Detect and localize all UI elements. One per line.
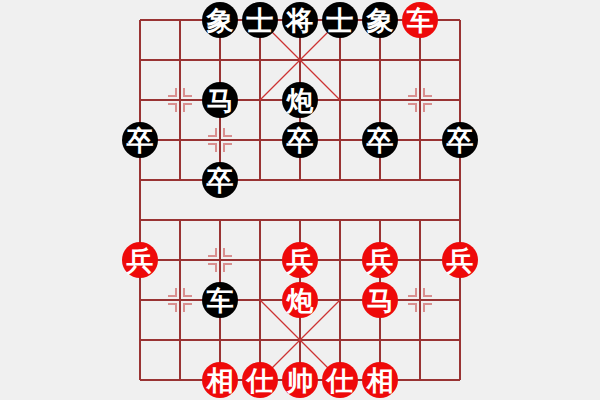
point-8-1[interactable]	[440, 40, 480, 80]
black-soldier[interactable]: 卒	[122, 122, 158, 158]
point-8-3[interactable]: 卒	[440, 120, 480, 160]
red-soldier[interactable]: 兵	[122, 242, 158, 278]
point-5-8[interactable]	[320, 320, 360, 360]
point-7-2[interactable]	[400, 80, 440, 120]
point-5-2[interactable]	[320, 80, 360, 120]
red-soldier[interactable]: 兵	[282, 242, 318, 278]
point-2-6[interactable]	[200, 240, 240, 280]
point-6-6[interactable]: 兵	[360, 240, 400, 280]
point-5-3[interactable]	[320, 120, 360, 160]
point-3-0[interactable]: 士	[240, 0, 280, 40]
red-soldier[interactable]: 兵	[442, 242, 478, 278]
point-7-6[interactable]	[400, 240, 440, 280]
red-horse[interactable]: 马	[362, 282, 398, 318]
red-advisor[interactable]: 仕	[322, 362, 358, 398]
point-0-5[interactable]	[120, 200, 160, 240]
point-4-1[interactable]	[280, 40, 320, 80]
black-advisor[interactable]: 士	[322, 2, 358, 38]
point-6-7[interactable]: 马	[360, 280, 400, 320]
black-soldier[interactable]: 卒	[202, 162, 238, 198]
black-general[interactable]: 将	[282, 2, 318, 38]
point-3-2[interactable]	[240, 80, 280, 120]
point-6-2[interactable]	[360, 80, 400, 120]
point-5-1[interactable]	[320, 40, 360, 80]
point-3-9[interactable]: 仕	[240, 360, 280, 400]
red-elephant[interactable]: 相	[362, 362, 398, 398]
point-4-5[interactable]	[280, 200, 320, 240]
point-6-4[interactable]	[360, 160, 400, 200]
xiangqi-board: 象士将士象车马炮卒卒卒卒卒兵兵兵兵车炮马相仕帅仕相	[120, 0, 480, 400]
black-elephant[interactable]: 象	[202, 2, 238, 38]
point-7-9[interactable]	[400, 360, 440, 400]
point-0-1[interactable]	[120, 40, 160, 80]
point-7-5[interactable]	[400, 200, 440, 240]
red-elephant[interactable]: 相	[202, 362, 238, 398]
point-2-2[interactable]: 马	[200, 80, 240, 120]
point-2-0[interactable]: 象	[200, 0, 240, 40]
point-8-2[interactable]	[440, 80, 480, 120]
point-5-6[interactable]	[320, 240, 360, 280]
point-6-1[interactable]	[360, 40, 400, 80]
point-6-0[interactable]: 象	[360, 0, 400, 40]
point-4-3[interactable]: 卒	[280, 120, 320, 160]
black-elephant[interactable]: 象	[362, 2, 398, 38]
point-3-4[interactable]	[240, 160, 280, 200]
point-1-7[interactable]	[160, 280, 200, 320]
point-1-6[interactable]	[160, 240, 200, 280]
point-2-5[interactable]	[200, 200, 240, 240]
point-4-6[interactable]: 兵	[280, 240, 320, 280]
point-5-4[interactable]	[320, 160, 360, 200]
point-2-8[interactable]	[200, 320, 240, 360]
point-7-4[interactable]	[400, 160, 440, 200]
point-4-9[interactable]: 帅	[280, 360, 320, 400]
point-2-4[interactable]: 卒	[200, 160, 240, 200]
point-3-7[interactable]	[240, 280, 280, 320]
point-1-2[interactable]	[160, 80, 200, 120]
point-8-9[interactable]	[440, 360, 480, 400]
point-0-8[interactable]	[120, 320, 160, 360]
point-3-8[interactable]	[240, 320, 280, 360]
point-6-8[interactable]	[360, 320, 400, 360]
red-chariot[interactable]: 车	[402, 2, 438, 38]
point-2-7[interactable]: 车	[200, 280, 240, 320]
point-1-4[interactable]	[160, 160, 200, 200]
point-8-4[interactable]	[440, 160, 480, 200]
point-0-6[interactable]: 兵	[120, 240, 160, 280]
red-cannon[interactable]: 炮	[282, 282, 318, 318]
point-2-3[interactable]	[200, 120, 240, 160]
point-8-5[interactable]	[440, 200, 480, 240]
black-horse[interactable]: 马	[202, 82, 238, 118]
point-0-9[interactable]	[120, 360, 160, 400]
point-1-8[interactable]	[160, 320, 200, 360]
point-0-0[interactable]	[120, 0, 160, 40]
black-cannon[interactable]: 炮	[282, 82, 318, 118]
point-4-8[interactable]	[280, 320, 320, 360]
red-general[interactable]: 帅	[282, 362, 318, 398]
point-2-9[interactable]: 相	[200, 360, 240, 400]
point-0-2[interactable]	[120, 80, 160, 120]
point-6-3[interactable]: 卒	[360, 120, 400, 160]
point-5-7[interactable]	[320, 280, 360, 320]
point-6-9[interactable]: 相	[360, 360, 400, 400]
point-7-3[interactable]	[400, 120, 440, 160]
point-8-0[interactable]	[440, 0, 480, 40]
point-7-0[interactable]: 车	[400, 0, 440, 40]
black-advisor[interactable]: 士	[242, 2, 278, 38]
point-6-5[interactable]	[360, 200, 400, 240]
point-0-3[interactable]: 卒	[120, 120, 160, 160]
black-soldier[interactable]: 卒	[282, 122, 318, 158]
point-1-5[interactable]	[160, 200, 200, 240]
point-4-2[interactable]: 炮	[280, 80, 320, 120]
black-soldier[interactable]: 卒	[362, 122, 398, 158]
red-advisor[interactable]: 仕	[242, 362, 278, 398]
black-soldier[interactable]: 卒	[442, 122, 478, 158]
point-8-8[interactable]	[440, 320, 480, 360]
point-1-0[interactable]	[160, 0, 200, 40]
point-3-5[interactable]	[240, 200, 280, 240]
xiangqi-app: 象士将士象车马炮卒卒卒卒卒兵兵兵兵车炮马相仕帅仕相	[0, 0, 600, 400]
red-soldier[interactable]: 兵	[362, 242, 398, 278]
point-5-9[interactable]: 仕	[320, 360, 360, 400]
point-5-5[interactable]	[320, 200, 360, 240]
point-4-0[interactable]: 将	[280, 0, 320, 40]
point-1-9[interactable]	[160, 360, 200, 400]
point-8-6[interactable]: 兵	[440, 240, 480, 280]
point-7-7[interactable]	[400, 280, 440, 320]
point-3-6[interactable]	[240, 240, 280, 280]
point-7-1[interactable]	[400, 40, 440, 80]
point-1-1[interactable]	[160, 40, 200, 80]
point-5-0[interactable]: 士	[320, 0, 360, 40]
point-2-1[interactable]	[200, 40, 240, 80]
point-1-3[interactable]	[160, 120, 200, 160]
point-4-4[interactable]	[280, 160, 320, 200]
point-0-7[interactable]	[120, 280, 160, 320]
point-3-1[interactable]	[240, 40, 280, 80]
point-0-4[interactable]	[120, 160, 160, 200]
black-chariot[interactable]: 车	[202, 282, 238, 318]
point-8-7[interactable]	[440, 280, 480, 320]
point-4-7[interactable]: 炮	[280, 280, 320, 320]
point-3-3[interactable]	[240, 120, 280, 160]
point-7-8[interactable]	[400, 320, 440, 360]
